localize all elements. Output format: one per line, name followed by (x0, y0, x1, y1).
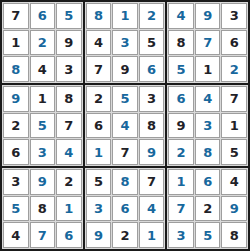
cell-r3c6[interactable]: 6 (139, 56, 165, 82)
box-8: 587364921 (85, 168, 166, 249)
cell-r8c2[interactable]: 8 (30, 196, 56, 222)
cell-r7c6[interactable]: 7 (139, 169, 165, 195)
cell-r9c8[interactable]: 5 (195, 222, 221, 248)
cell-r2c7[interactable]: 8 (168, 30, 194, 56)
box-6: 647931285 (167, 85, 248, 166)
cell-r5c9[interactable]: 1 (221, 113, 247, 139)
cell-r2c3[interactable]: 9 (56, 30, 82, 56)
cell-r3c2[interactable]: 4 (30, 56, 56, 82)
cell-r7c5[interactable]: 8 (112, 169, 138, 195)
cell-r9c4[interactable]: 9 (86, 222, 112, 248)
cell-r7c3[interactable]: 2 (56, 169, 82, 195)
cell-r8c1[interactable]: 5 (3, 196, 29, 222)
cell-r8c9[interactable]: 9 (221, 196, 247, 222)
cell-r1c7[interactable]: 4 (168, 3, 194, 29)
cell-r5c6[interactable]: 8 (139, 113, 165, 139)
box-1: 765129843 (2, 2, 83, 83)
cell-r4c6[interactable]: 3 (139, 86, 165, 112)
cell-r8c6[interactable]: 4 (139, 196, 165, 222)
cell-r2c9[interactable]: 6 (221, 30, 247, 56)
cell-r6c9[interactable]: 5 (221, 139, 247, 165)
cell-r3c3[interactable]: 3 (56, 56, 82, 82)
cell-r9c6[interactable]: 1 (139, 222, 165, 248)
cell-r7c8[interactable]: 6 (195, 169, 221, 195)
cell-r1c1[interactable]: 7 (3, 3, 29, 29)
cell-r5c3[interactable]: 7 (56, 113, 82, 139)
cell-r2c1[interactable]: 1 (3, 30, 29, 56)
cell-r8c3[interactable]: 1 (56, 196, 82, 222)
cell-r6c5[interactable]: 7 (112, 139, 138, 165)
cell-r1c4[interactable]: 8 (86, 3, 112, 29)
cell-r3c9[interactable]: 2 (221, 56, 247, 82)
cell-r1c8[interactable]: 9 (195, 3, 221, 29)
cell-r4c9[interactable]: 7 (221, 86, 247, 112)
cell-r7c4[interactable]: 5 (86, 169, 112, 195)
box-5: 253648179 (85, 85, 166, 166)
cell-r3c7[interactable]: 5 (168, 56, 194, 82)
cell-r6c4[interactable]: 1 (86, 139, 112, 165)
cell-r8c5[interactable]: 6 (112, 196, 138, 222)
cell-r7c9[interactable]: 4 (221, 169, 247, 195)
cell-r3c8[interactable]: 1 (195, 56, 221, 82)
cell-r6c8[interactable]: 8 (195, 139, 221, 165)
box-9: 164729358 (167, 168, 248, 249)
cell-r9c9[interactable]: 8 (221, 222, 247, 248)
cell-r4c1[interactable]: 9 (3, 86, 29, 112)
cell-r6c6[interactable]: 9 (139, 139, 165, 165)
cell-r2c6[interactable]: 5 (139, 30, 165, 56)
cell-r4c8[interactable]: 4 (195, 86, 221, 112)
cell-r9c7[interactable]: 3 (168, 222, 194, 248)
cell-r9c2[interactable]: 7 (30, 222, 56, 248)
cell-r8c8[interactable]: 2 (195, 196, 221, 222)
cell-r2c2[interactable]: 2 (30, 30, 56, 56)
cell-r6c2[interactable]: 3 (30, 139, 56, 165)
cell-r4c7[interactable]: 6 (168, 86, 194, 112)
cell-r1c6[interactable]: 2 (139, 3, 165, 29)
sudoku-board: 7651298438124357964938765129182576342536… (0, 0, 250, 251)
cell-r9c3[interactable]: 6 (56, 222, 82, 248)
cell-r2c4[interactable]: 4 (86, 30, 112, 56)
cell-r7c1[interactable]: 3 (3, 169, 29, 195)
cell-r3c4[interactable]: 7 (86, 56, 112, 82)
cell-r5c5[interactable]: 4 (112, 113, 138, 139)
cell-r4c3[interactable]: 8 (56, 86, 82, 112)
cell-r4c2[interactable]: 1 (30, 86, 56, 112)
cell-r6c1[interactable]: 6 (3, 139, 29, 165)
cell-r7c7[interactable]: 1 (168, 169, 194, 195)
cell-r6c3[interactable]: 4 (56, 139, 82, 165)
cell-r9c5[interactable]: 2 (112, 222, 138, 248)
cell-r1c3[interactable]: 5 (56, 3, 82, 29)
cell-r3c5[interactable]: 9 (112, 56, 138, 82)
box-2: 812435796 (85, 2, 166, 83)
cell-r4c5[interactable]: 5 (112, 86, 138, 112)
cell-r3c1[interactable]: 8 (3, 56, 29, 82)
box-3: 493876512 (167, 2, 248, 83)
cell-r5c7[interactable]: 9 (168, 113, 194, 139)
cell-r1c9[interactable]: 3 (221, 3, 247, 29)
cell-r5c2[interactable]: 5 (30, 113, 56, 139)
box-4: 918257634 (2, 85, 83, 166)
cell-r8c7[interactable]: 7 (168, 196, 194, 222)
cell-r5c4[interactable]: 6 (86, 113, 112, 139)
cell-r9c1[interactable]: 4 (3, 222, 29, 248)
cell-r7c2[interactable]: 9 (30, 169, 56, 195)
cell-r1c5[interactable]: 1 (112, 3, 138, 29)
cell-r2c8[interactable]: 7 (195, 30, 221, 56)
cell-r5c8[interactable]: 3 (195, 113, 221, 139)
cell-r6c7[interactable]: 2 (168, 139, 194, 165)
box-7: 392581476 (2, 168, 83, 249)
cell-r8c4[interactable]: 3 (86, 196, 112, 222)
cell-r4c4[interactable]: 2 (86, 86, 112, 112)
cell-r2c5[interactable]: 3 (112, 30, 138, 56)
cell-r1c2[interactable]: 6 (30, 3, 56, 29)
cell-r5c1[interactable]: 2 (3, 113, 29, 139)
